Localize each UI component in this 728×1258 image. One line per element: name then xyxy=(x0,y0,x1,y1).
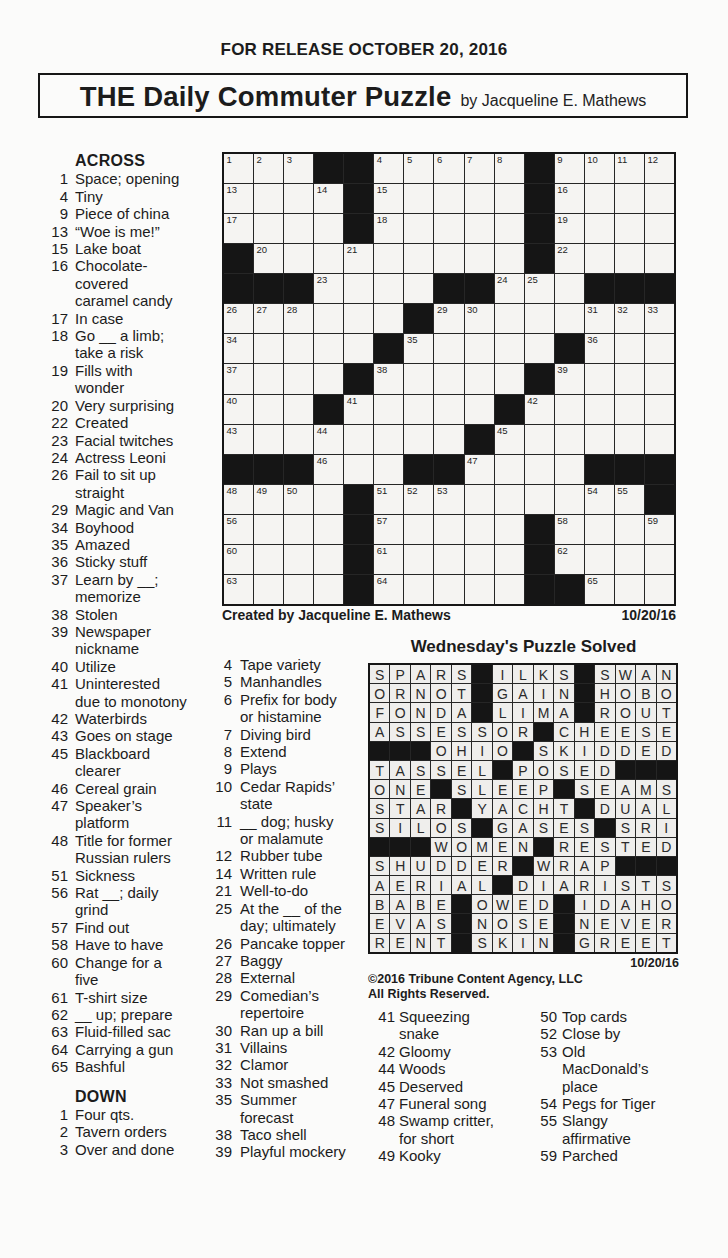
crossword-cell[interactable] xyxy=(555,425,584,454)
crossword-cell[interactable] xyxy=(645,364,674,393)
crossword-cell[interactable]: 56 xyxy=(224,515,253,544)
black-cell xyxy=(390,742,409,760)
cell-number: 21 xyxy=(347,245,358,255)
black-cell xyxy=(645,455,674,484)
clue-number: 4 xyxy=(34,188,68,205)
crossword-cell: L xyxy=(411,819,430,837)
crossword-cell[interactable] xyxy=(465,364,494,393)
crossword-cell[interactable] xyxy=(314,214,343,243)
crossword-cell[interactable] xyxy=(374,395,403,424)
crossword-cell[interactable] xyxy=(254,425,283,454)
crossword-cell[interactable]: 40 xyxy=(224,395,253,424)
crossword-cell: R xyxy=(595,703,614,721)
cell-letter: A xyxy=(554,876,573,894)
cell-letter: R xyxy=(657,914,676,932)
cell-letter: R xyxy=(411,876,430,894)
crossword-cell[interactable] xyxy=(645,214,674,243)
crossword-cell[interactable] xyxy=(585,214,614,243)
cell-letter: D xyxy=(452,857,471,875)
clue-number: 16 xyxy=(34,257,68,309)
crossword-cell: R xyxy=(636,819,655,837)
crossword-cell[interactable]: 41 xyxy=(344,395,373,424)
crossword-cell: E xyxy=(431,895,450,913)
crossword-cell[interactable] xyxy=(495,184,524,213)
crossword-cell: L xyxy=(472,780,491,798)
clue-text: Plays xyxy=(240,760,371,777)
crossword-cell[interactable] xyxy=(615,244,644,273)
clue-number: 18 xyxy=(34,327,68,362)
crossword-cell[interactable] xyxy=(585,244,614,273)
crossword-cell[interactable] xyxy=(465,575,494,604)
crossword-cell[interactable]: 21 xyxy=(344,244,373,273)
black-cell xyxy=(472,684,491,702)
crossword-cell[interactable]: 31 xyxy=(585,304,614,333)
crossword-cell[interactable] xyxy=(404,364,433,393)
crossword-cell[interactable]: 3 xyxy=(284,154,313,183)
clue: 28External xyxy=(208,969,371,986)
crossword-cell[interactable] xyxy=(434,244,463,273)
crossword-cell[interactable]: 5 xyxy=(404,154,433,183)
crossword-cell[interactable]: 42 xyxy=(525,395,554,424)
crossword-cell[interactable]: 64 xyxy=(374,575,403,604)
clue-number: 3 xyxy=(34,1141,68,1158)
clue-text: Find out xyxy=(75,919,210,936)
cell-letter: A xyxy=(370,723,389,741)
crossword-cell[interactable]: 51 xyxy=(374,485,403,514)
crossword-cell[interactable]: 8 xyxy=(495,154,524,183)
crossword-cell[interactable] xyxy=(374,244,403,273)
crossword-cell[interactable]: 7 xyxy=(465,154,494,183)
cell-letter: C xyxy=(554,723,573,741)
clue: 50Top cards xyxy=(528,1008,710,1025)
crossword-cell[interactable]: 28 xyxy=(284,304,313,333)
crossword-cell[interactable] xyxy=(465,515,494,544)
crossword-cell[interactable]: 4 xyxy=(374,154,403,183)
clue: 37Learn by __; memorize xyxy=(34,571,210,606)
clue-number: 15 xyxy=(34,240,68,257)
clue-text: Carrying a gun xyxy=(75,1041,210,1058)
crossword-cell[interactable]: 9 xyxy=(555,154,584,183)
crossword-cell[interactable]: 47 xyxy=(465,455,494,484)
crossword-cell[interactable] xyxy=(284,575,313,604)
clue-text: Over and done xyxy=(75,1141,210,1158)
crossword-cell: P xyxy=(390,665,409,683)
crossword-cell[interactable] xyxy=(374,425,403,454)
clue: 3Over and done xyxy=(34,1141,210,1158)
clue-text: In case xyxy=(75,310,210,327)
crossword-cell[interactable]: 55 xyxy=(615,485,644,514)
crossword-cell[interactable] xyxy=(404,545,433,574)
crossword-cell: O xyxy=(370,780,389,798)
clue-text: Stolen xyxy=(75,606,210,623)
crossword-cell[interactable] xyxy=(404,214,433,243)
crossword-cell[interactable] xyxy=(284,334,313,363)
crossword-cell[interactable] xyxy=(314,304,343,333)
crossword-cell[interactable] xyxy=(314,364,343,393)
crossword-cell[interactable]: 39 xyxy=(555,364,584,393)
crossword-cell[interactable] xyxy=(615,545,644,574)
crossword-cell: E xyxy=(493,838,512,856)
crossword-cell[interactable] xyxy=(465,214,494,243)
crossword-cell[interactable]: 20 xyxy=(254,244,283,273)
crossword-cell[interactable] xyxy=(525,304,554,333)
crossword-cell[interactable]: 22 xyxy=(555,244,584,273)
crossword-cell[interactable] xyxy=(404,244,433,273)
crossword-cell: A xyxy=(390,761,409,779)
clue-number: 1 xyxy=(34,1106,68,1123)
crossword-cell[interactable] xyxy=(465,545,494,574)
crossword-cell[interactable] xyxy=(284,545,313,574)
crossword-cell[interactable]: 57 xyxy=(374,515,403,544)
crossword-cell[interactable] xyxy=(434,184,463,213)
clue: 34Boyhood xyxy=(34,519,210,536)
clue: 58Have to have xyxy=(34,936,210,953)
crossword-cell[interactable]: 12 xyxy=(645,154,674,183)
cell-number: 10 xyxy=(587,155,598,165)
crossword-cell[interactable] xyxy=(434,395,463,424)
crossword-cell[interactable]: 30 xyxy=(465,304,494,333)
crossword-cell: I xyxy=(575,895,594,913)
cell-letter: S xyxy=(431,914,450,932)
crossword-cell[interactable]: 46 xyxy=(314,455,343,484)
crossword-cell[interactable] xyxy=(615,364,644,393)
solved-crossword-grid: SPARSILKSSWANORNOTGAINHOBOFONDALIMAROUTA… xyxy=(368,663,678,954)
cell-number: 58 xyxy=(557,516,568,526)
crossword-cell[interactable] xyxy=(434,214,463,243)
crossword-cell[interactable]: 19 xyxy=(555,214,584,243)
crossword-cell[interactable] xyxy=(284,395,313,424)
crossword-cell[interactable] xyxy=(434,575,463,604)
clue-text: “Woe is me!” xyxy=(75,223,210,240)
crossword-cell[interactable] xyxy=(525,455,554,484)
crossword-cell[interactable] xyxy=(254,214,283,243)
crossword-cell[interactable] xyxy=(254,184,283,213)
black-cell xyxy=(575,799,594,817)
black-cell xyxy=(224,274,253,303)
clue: 29Magic and Van xyxy=(34,501,210,518)
crossword-cell[interactable] xyxy=(585,425,614,454)
crossword-cell[interactable] xyxy=(344,304,373,333)
crossword-cell: S xyxy=(370,857,389,875)
crossword-cell[interactable] xyxy=(555,485,584,514)
crossword-cell[interactable] xyxy=(374,455,403,484)
crossword-cell[interactable]: 13 xyxy=(224,184,253,213)
crossword-cell[interactable] xyxy=(585,545,614,574)
cell-letter: S xyxy=(595,665,614,683)
crossword-cell[interactable] xyxy=(434,364,463,393)
crossword-cell[interactable]: 50 xyxy=(284,485,313,514)
cell-letter: E xyxy=(431,895,450,913)
crossword-cell[interactable] xyxy=(284,214,313,243)
crossword-cell[interactable] xyxy=(615,334,644,363)
crossword-cell[interactable] xyxy=(434,545,463,574)
crossword-cell[interactable]: 58 xyxy=(555,515,584,544)
crossword-cell[interactable]: 43 xyxy=(224,425,253,454)
crossword-cell[interactable]: 24 xyxy=(495,274,524,303)
crossword-cell[interactable]: 10 xyxy=(585,154,614,183)
crossword-cell: A xyxy=(411,799,430,817)
crossword-cell[interactable]: 48 xyxy=(224,485,253,514)
crossword-cell[interactable] xyxy=(615,425,644,454)
crossword-cell[interactable] xyxy=(404,395,433,424)
crossword-cell[interactable] xyxy=(404,575,433,604)
crossword-cell[interactable] xyxy=(465,334,494,363)
crossword-cell[interactable] xyxy=(314,485,343,514)
crossword-cell[interactable]: 62 xyxy=(555,545,584,574)
crossword-cell[interactable] xyxy=(344,334,373,363)
cell-letter: A xyxy=(452,876,471,894)
cell-letter: S xyxy=(616,876,635,894)
crossword-cell[interactable]: 33 xyxy=(645,304,674,333)
crossword-cell[interactable]: 29 xyxy=(434,304,463,333)
crossword-cell: D xyxy=(657,742,676,760)
crossword-cell[interactable]: 45 xyxy=(495,425,524,454)
clue: 32Clamor xyxy=(208,1056,371,1073)
crossword-cell[interactable]: 61 xyxy=(374,545,403,574)
crossword-cell[interactable] xyxy=(555,274,584,303)
crossword-cell: I xyxy=(534,876,553,894)
cell-letter: N xyxy=(411,703,430,721)
crossword-cell: I xyxy=(493,665,512,683)
crossword-cell[interactable] xyxy=(555,395,584,424)
crossword-cell[interactable] xyxy=(525,334,554,363)
crossword-cell[interactable] xyxy=(495,304,524,333)
crossword-cell: S xyxy=(370,819,389,837)
crossword-cell[interactable] xyxy=(284,364,313,393)
crossword-cell[interactable] xyxy=(254,515,283,544)
clue: 8Extend xyxy=(208,743,371,760)
crossword-cell[interactable] xyxy=(314,334,343,363)
cell-letter: S xyxy=(657,876,676,894)
crossword-cell[interactable]: 44 xyxy=(314,425,343,454)
crossword-cell[interactable]: 35 xyxy=(404,334,433,363)
clue-text: Summer forecast xyxy=(240,1091,371,1126)
crossword-cell[interactable] xyxy=(495,485,524,514)
black-cell xyxy=(344,154,373,183)
crossword-cell: S xyxy=(370,665,389,683)
crossword-cell[interactable] xyxy=(645,575,674,604)
crossword-cell[interactable]: 23 xyxy=(314,274,343,303)
crossword-cell[interactable] xyxy=(555,455,584,484)
crossword-cell[interactable] xyxy=(525,425,554,454)
crossword-cell[interactable]: 38 xyxy=(374,364,403,393)
crossword-cell[interactable] xyxy=(495,575,524,604)
crossword-cell[interactable] xyxy=(615,395,644,424)
cell-letter: H xyxy=(595,684,614,702)
crossword-cell: A xyxy=(554,876,573,894)
crossword-cell[interactable] xyxy=(254,395,283,424)
clue-number: 39 xyxy=(34,623,68,658)
crossword-cell[interactable] xyxy=(374,274,403,303)
crossword-cell: O xyxy=(616,703,635,721)
crossword-cell[interactable]: 36 xyxy=(585,334,614,363)
crossword-cell[interactable]: 16 xyxy=(555,184,584,213)
crossword-cell[interactable] xyxy=(495,515,524,544)
clue-number: 26 xyxy=(208,935,232,952)
crossword-cell[interactable]: 54 xyxy=(585,485,614,514)
crossword-cell[interactable] xyxy=(465,395,494,424)
cell-letter: P xyxy=(595,857,614,875)
crossword-cell[interactable] xyxy=(404,515,433,544)
crossword-cell[interactable] xyxy=(495,545,524,574)
crossword-cell[interactable] xyxy=(645,425,674,454)
crossword-cell[interactable] xyxy=(314,515,343,544)
crossword-cell: E xyxy=(595,780,614,798)
crossword-cell[interactable] xyxy=(495,364,524,393)
crossword-cell[interactable]: 17 xyxy=(224,214,253,243)
crossword-cell[interactable]: 52 xyxy=(404,485,433,514)
crossword-cell[interactable]: 15 xyxy=(374,184,403,213)
crossword-cell[interactable]: 1 xyxy=(224,154,253,183)
column-gap xyxy=(34,1076,210,1088)
clue-number: 42 xyxy=(34,710,68,727)
crossword-cell[interactable]: 34 xyxy=(224,334,253,363)
cell-letter: O xyxy=(616,703,635,721)
cell-letter: E xyxy=(575,838,594,856)
crossword-cell: W xyxy=(493,895,512,913)
crossword-cell[interactable] xyxy=(645,244,674,273)
crossword-cell[interactable] xyxy=(374,304,403,333)
crossword-cell[interactable] xyxy=(314,575,343,604)
crossword-cell: I xyxy=(575,742,594,760)
cell-letter: P xyxy=(513,761,532,779)
cell-number: 27 xyxy=(257,305,268,315)
crossword-cell[interactable] xyxy=(284,515,313,544)
crossword-cell[interactable]: 18 xyxy=(374,214,403,243)
crossword-cell[interactable] xyxy=(284,425,313,454)
crossword-cell[interactable] xyxy=(495,244,524,273)
crossword-cell: A xyxy=(411,914,430,932)
crossword-cell[interactable]: 14 xyxy=(314,184,343,213)
clue: 12Rubber tube xyxy=(208,847,371,864)
crossword-cell[interactable]: 25 xyxy=(525,274,554,303)
crossword-cell[interactable] xyxy=(254,575,283,604)
clue: 39Newspaper nickname xyxy=(34,623,210,658)
crossword-cell[interactable]: 59 xyxy=(645,515,674,544)
crossword-cell[interactable] xyxy=(314,244,343,273)
crossword-cell[interactable] xyxy=(645,395,674,424)
crossword-cell[interactable] xyxy=(434,334,463,363)
crossword-cell[interactable] xyxy=(615,214,644,243)
crossword-cell[interactable] xyxy=(314,545,343,574)
crossword-cell[interactable]: 26 xyxy=(224,304,253,333)
crossword-cell[interactable] xyxy=(284,184,313,213)
crossword-cell[interactable] xyxy=(495,455,524,484)
crossword-cell[interactable] xyxy=(555,304,584,333)
crossword-cell[interactable] xyxy=(404,184,433,213)
clue-number: 38 xyxy=(208,1126,232,1143)
crossword-cell[interactable]: 37 xyxy=(224,364,253,393)
cell-letter: U xyxy=(636,703,655,721)
crossword-cell[interactable] xyxy=(465,184,494,213)
cell-letter: E xyxy=(657,723,676,741)
crossword-cell[interactable] xyxy=(585,515,614,544)
crossword-cell[interactable] xyxy=(615,184,644,213)
crossword-cell[interactable] xyxy=(645,184,674,213)
cell-letter: O xyxy=(493,723,512,741)
cell-number: 40 xyxy=(227,396,238,406)
crossword-cell[interactable] xyxy=(585,364,614,393)
crossword-cell[interactable] xyxy=(434,425,463,454)
crossword-cell[interactable] xyxy=(344,274,373,303)
crossword-cell[interactable] xyxy=(645,545,674,574)
crossword-cell[interactable] xyxy=(344,425,373,454)
crossword-cell[interactable]: 60 xyxy=(224,545,253,574)
crossword-cell: B xyxy=(411,895,430,913)
crossword-cell[interactable] xyxy=(465,244,494,273)
crossword-cell[interactable] xyxy=(254,364,283,393)
clue-number: 31 xyxy=(208,1039,232,1056)
clue-number: 8 xyxy=(208,743,232,760)
cell-letter: E xyxy=(595,723,614,741)
crossword-cell[interactable]: 6 xyxy=(434,154,463,183)
clue: 5Manhandles xyxy=(208,673,371,690)
crossword-cell[interactable] xyxy=(585,395,614,424)
crossword-cell: D xyxy=(534,895,553,913)
crossword-cell[interactable]: 27 xyxy=(254,304,283,333)
cell-letter: E xyxy=(431,723,450,741)
crossword-cell[interactable]: 63 xyxy=(224,575,253,604)
cell-letter: O xyxy=(493,742,512,760)
clue-text: Ran up a bill xyxy=(240,1022,371,1039)
crossword-cell: I xyxy=(472,742,491,760)
crossword-cell[interactable] xyxy=(404,274,433,303)
cell-number: 60 xyxy=(227,546,238,556)
crossword-cell[interactable] xyxy=(434,515,463,544)
crossword-cell[interactable]: 32 xyxy=(615,304,644,333)
cell-letter: E xyxy=(636,838,655,856)
black-cell xyxy=(472,703,491,721)
crossword-cell[interactable] xyxy=(645,334,674,363)
black-cell xyxy=(344,545,373,574)
clue-text: Taco shell xyxy=(240,1126,371,1143)
clue: 11__ dog; husky or malamute xyxy=(208,813,371,848)
crossword-cell[interactable] xyxy=(495,214,524,243)
black-cell xyxy=(452,799,471,817)
clue: 61T-shirt size xyxy=(34,989,210,1006)
cell-number: 9 xyxy=(557,155,562,165)
cell-letter: L xyxy=(513,665,532,683)
clue-text: Cedar Rapids’ state xyxy=(240,778,371,813)
crossword-cell[interactable] xyxy=(615,575,644,604)
crossword-cell[interactable] xyxy=(495,334,524,363)
crossword-cell[interactable] xyxy=(465,485,494,514)
crossword-cell[interactable] xyxy=(404,425,433,454)
clue-text: Learn by __; memorize xyxy=(75,571,210,606)
clue-text: __ dog; husky or malamute xyxy=(240,813,371,848)
crossword-cell[interactable] xyxy=(585,184,614,213)
clue: 35Amazed xyxy=(34,536,210,553)
black-cell xyxy=(575,703,594,721)
cell-letter: R xyxy=(595,934,614,952)
crossword-cell: S xyxy=(616,819,635,837)
crossword-cell[interactable]: 2 xyxy=(254,154,283,183)
crossword-cell[interactable]: 53 xyxy=(434,485,463,514)
crossword-cell[interactable] xyxy=(254,545,283,574)
crossword-cell[interactable] xyxy=(254,334,283,363)
down-clues-list-4-39: 4Tape variety5Manhandles6Prefix for body… xyxy=(208,656,371,1161)
crossword-cell: A xyxy=(370,876,389,894)
cell-letter: A xyxy=(493,799,512,817)
crossword-cell[interactable] xyxy=(284,244,313,273)
crossword-cell[interactable]: 11 xyxy=(615,154,644,183)
crossword-cell[interactable] xyxy=(525,485,554,514)
crossword-cell[interactable] xyxy=(344,455,373,484)
crossword-cell[interactable]: 49 xyxy=(254,485,283,514)
crossword-cell[interactable]: 65 xyxy=(585,575,614,604)
crossword-cell: T xyxy=(554,799,573,817)
crossword-cell[interactable] xyxy=(615,515,644,544)
